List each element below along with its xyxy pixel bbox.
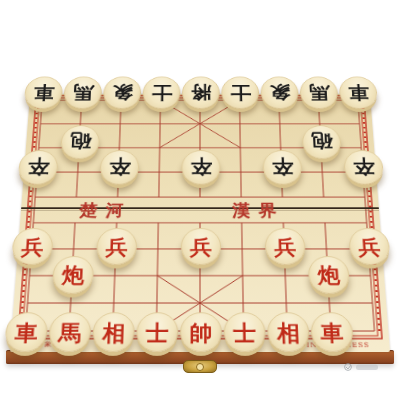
- piece-glyph: 兵: [274, 237, 297, 257]
- piece-glyph: 車: [14, 321, 38, 343]
- piece-glyph: 馬: [58, 321, 82, 343]
- piece-glyph: 兵: [105, 237, 128, 257]
- piece-red-soldier[interactable]: 兵: [11, 228, 54, 265]
- piece-red-elephant[interactable]: 相: [267, 312, 310, 352]
- piece-glyph: 士: [146, 321, 169, 343]
- piece-black-horse[interactable]: 馬: [63, 77, 102, 109]
- piece-black-soldier[interactable]: 卒: [17, 150, 58, 184]
- photo-stage: 楚河 漢界 中国象棋 CHINESE CHESS 車馬象士將士象馬車砲砲卒卒卒卒…: [0, 0, 400, 400]
- piece-black-general[interactable]: 將: [182, 77, 220, 109]
- piece-black-horse[interactable]: 馬: [299, 77, 338, 109]
- piece-red-soldier[interactable]: 兵: [181, 228, 222, 265]
- piece-glyph: 車: [33, 84, 55, 102]
- piece-glyph: 卒: [27, 158, 50, 177]
- piece-red-advisor[interactable]: 士: [224, 312, 266, 352]
- piece-red-general[interactable]: 帥: [180, 312, 222, 352]
- piece-layer: 車馬象士將士象馬車砲砲卒卒卒卒卒兵兵兵兵兵炮炮車馬相士帥士相車: [10, 94, 390, 352]
- piece-black-advisor[interactable]: 士: [142, 77, 180, 109]
- piece-glyph: 炮: [317, 264, 340, 285]
- piece-black-cannon[interactable]: 砲: [302, 125, 342, 159]
- piece-glyph: 砲: [69, 132, 91, 150]
- piece-glyph: 士: [151, 84, 172, 102]
- piece-black-elephant[interactable]: 象: [260, 77, 299, 109]
- piece-glyph: 卒: [271, 158, 293, 177]
- piece-red-soldier[interactable]: 兵: [348, 228, 391, 265]
- piece-red-cannon[interactable]: 炮: [52, 256, 95, 294]
- piece-glyph: 相: [102, 321, 126, 343]
- piece-black-chariot[interactable]: 車: [24, 77, 64, 109]
- piece-glyph: 兵: [358, 237, 381, 257]
- piece-glyph: 象: [112, 84, 133, 102]
- piece-glyph: 兵: [190, 237, 212, 257]
- piece-glyph: 車: [320, 321, 344, 343]
- piece-black-soldier[interactable]: 卒: [343, 150, 384, 184]
- piece-black-chariot[interactable]: 車: [338, 77, 378, 109]
- piece-glyph: 相: [277, 321, 301, 343]
- board-scene: 楚河 漢界 中国象棋 CHINESE CHESS 車馬象士將士象馬車砲砲卒卒卒卒…: [10, 94, 390, 352]
- piece-red-elephant[interactable]: 相: [92, 312, 135, 352]
- piece-red-chariot[interactable]: 車: [310, 312, 354, 352]
- piece-glyph: 士: [233, 321, 256, 343]
- gold-clasp: [183, 360, 217, 373]
- piece-glyph: 車: [347, 84, 369, 102]
- piece-black-soldier[interactable]: 卒: [262, 150, 302, 184]
- piece-glyph: 馬: [72, 84, 94, 102]
- piece-glyph: 馬: [308, 84, 330, 102]
- piece-glyph: 象: [269, 84, 290, 102]
- piece-black-elephant[interactable]: 象: [103, 77, 142, 109]
- piece-black-soldier[interactable]: 卒: [181, 150, 220, 184]
- piece-red-soldier[interactable]: 兵: [265, 228, 307, 265]
- piece-glyph: 兵: [21, 237, 44, 257]
- piece-glyph: 卒: [352, 158, 375, 177]
- piece-red-chariot[interactable]: 車: [4, 312, 49, 352]
- piece-red-cannon[interactable]: 炮: [308, 256, 351, 294]
- piece-glyph: 帥: [190, 321, 213, 343]
- piece-glyph: 士: [230, 84, 251, 102]
- piece-glyph: 將: [191, 84, 212, 102]
- piece-black-advisor[interactable]: 士: [221, 77, 259, 109]
- piece-red-soldier[interactable]: 兵: [96, 228, 138, 265]
- piece-glyph: 卒: [109, 158, 131, 177]
- clasp-knob: [196, 363, 204, 371]
- piece-glyph: 砲: [311, 132, 333, 150]
- xiangqi-board[interactable]: 楚河 漢界 中国象棋 CHINESE CHESS 車馬象士將士象馬車砲砲卒卒卒卒…: [10, 94, 390, 352]
- piece-red-horse[interactable]: 馬: [48, 312, 92, 352]
- watermark-logo: [342, 360, 384, 374]
- piece-glyph: 炮: [61, 264, 84, 285]
- piece-black-soldier[interactable]: 卒: [99, 150, 139, 184]
- piece-glyph: 卒: [190, 158, 211, 177]
- piece-black-cannon[interactable]: 砲: [60, 125, 100, 159]
- piece-red-advisor[interactable]: 士: [136, 312, 178, 352]
